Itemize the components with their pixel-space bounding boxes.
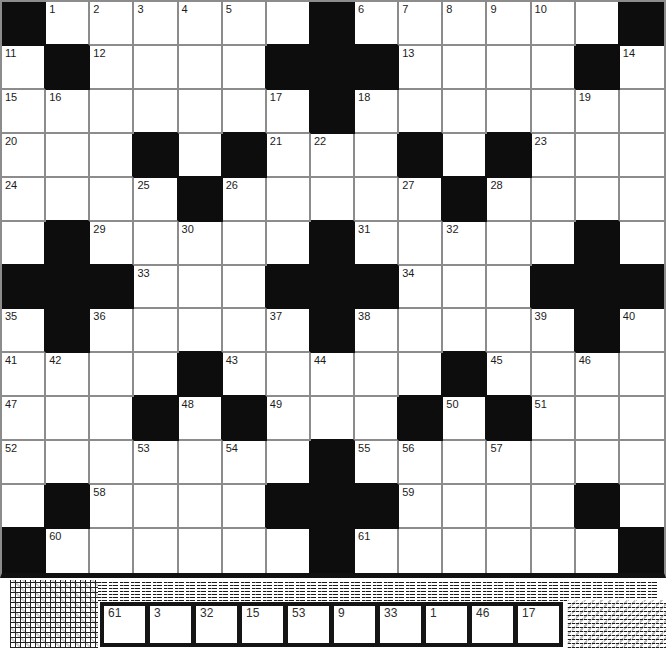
black-cell-r12-c7: [267, 485, 311, 529]
clue-number: 56: [402, 442, 414, 455]
clue-number: 12: [93, 47, 105, 60]
grid-cell-r3-c2[interactable]: 16: [46, 90, 90, 134]
clue-number: 40: [623, 310, 635, 323]
grid-cell-r9-c13[interactable]: [532, 353, 576, 397]
grid-cell-r5-c10[interactable]: 27: [399, 178, 443, 222]
clue-number: 1: [49, 3, 55, 16]
black-cell-r7-c9: [355, 266, 399, 310]
clue-number: 9: [490, 3, 496, 16]
grid-cell-r10-c7[interactable]: 49: [267, 397, 311, 441]
black-cell-r10-c10: [399, 397, 443, 441]
black-cell-r7-c2: [46, 266, 90, 310]
grid-cell-r3-c10[interactable]: [399, 90, 443, 134]
clue-number: 30: [182, 223, 194, 236]
grid-cell-r4-c7[interactable]: 21: [267, 134, 311, 178]
clue-number: 45: [490, 354, 502, 367]
grid-cell-r5-c4[interactable]: 25: [134, 178, 178, 222]
artifact-band-horizontal: [8, 580, 658, 601]
grid-cell-r4-c11[interactable]: [443, 134, 487, 178]
grid-cell-r13-c11[interactable]: [443, 529, 487, 573]
grid-cell-r12-c10[interactable]: 59: [399, 485, 443, 529]
black-cell-r8-c2: [46, 309, 90, 353]
meta-answer-box-46[interactable]: 46: [472, 606, 513, 643]
clue-number: 47: [5, 398, 17, 411]
clue-number: 51: [535, 398, 547, 411]
clue-number: 13: [402, 47, 414, 60]
meta-box-number: 15: [246, 607, 259, 621]
black-cell-r2-c7: [267, 46, 311, 90]
grid-cell-r1-c6[interactable]: 5: [223, 2, 267, 46]
black-cell-r4-c6: [223, 134, 267, 178]
grid-cell-r10-c9[interactable]: [355, 397, 399, 441]
meta-answer-box-15[interactable]: 15: [242, 606, 283, 643]
grid-cell-r2-c6[interactable]: [223, 46, 267, 90]
black-cell-r5-c5: [179, 178, 223, 222]
grid-cell-r10-c11[interactable]: 50: [443, 397, 487, 441]
grid-cell-r10-c13[interactable]: 51: [532, 397, 576, 441]
meta-answer-box-61[interactable]: 61: [104, 606, 145, 643]
grid-cell-r11-c14[interactable]: [576, 441, 620, 485]
grid-cell-r8-c10[interactable]: [399, 309, 443, 353]
crossword-grid: 1234567891011121314151617181920212223242…: [0, 0, 666, 578]
clue-number: 44: [314, 354, 326, 367]
grid-cell-r3-c1[interactable]: 15: [2, 90, 46, 134]
black-cell-r12-c9: [355, 485, 399, 529]
grid-cell-r1-c3[interactable]: 2: [90, 2, 134, 46]
meta-answer-box-9[interactable]: 9: [334, 606, 375, 643]
black-cell-r9-c11: [443, 353, 487, 397]
meta-answer-box-53[interactable]: 53: [288, 606, 329, 643]
grid-cell-r13-c10[interactable]: [399, 529, 443, 573]
black-cell-r11-c8: [311, 441, 355, 485]
black-cell-r8-c14: [576, 309, 620, 353]
clue-number: 8: [446, 3, 452, 16]
black-cell-r7-c13: [532, 266, 576, 310]
grid-cell-r6-c9[interactable]: 31: [355, 222, 399, 266]
grid-cell-r12-c12[interactable]: [487, 485, 531, 529]
grid-cell-r9-c14[interactable]: 46: [576, 353, 620, 397]
clue-number: 24: [5, 179, 17, 192]
grid-cell-r2-c12[interactable]: [487, 46, 531, 90]
black-cell-r1-c1: [2, 2, 46, 46]
grid-cell-r7-c6[interactable]: [223, 266, 267, 310]
grid-cell-r8-c7[interactable]: 37: [267, 309, 311, 353]
grid-cell-r6-c15[interactable]: [620, 222, 664, 266]
grid-cell-r13-c7[interactable]: [267, 529, 311, 573]
clue-number: 46: [579, 354, 591, 367]
grid-cell-r12-c11[interactable]: [443, 485, 487, 529]
clue-number: 10: [535, 3, 547, 16]
clue-number: 41: [5, 354, 17, 367]
grid-cell-r9-c8[interactable]: 44: [311, 353, 355, 397]
clue-number: 36: [93, 310, 105, 323]
grid-cell-r6-c5[interactable]: 30: [179, 222, 223, 266]
black-cell-r1-c8: [311, 2, 355, 46]
grid-cell-r4-c2[interactable]: [46, 134, 90, 178]
grid-cell-r8-c4[interactable]: [134, 309, 178, 353]
grid-cell-r10-c15[interactable]: [620, 397, 664, 441]
clue-number: 27: [402, 179, 414, 192]
grid-cell-r9-c15[interactable]: [620, 353, 664, 397]
black-cell-r10-c12: [487, 397, 531, 441]
grid-cell-r4-c8[interactable]: 22: [311, 134, 355, 178]
clue-number: 49: [270, 398, 282, 411]
grid-cell-r5-c3[interactable]: [90, 178, 134, 222]
grid-cell-r8-c3[interactable]: 36: [90, 309, 134, 353]
grid-cell-r2-c5[interactable]: [179, 46, 223, 90]
grid-cell-r3-c15[interactable]: [620, 90, 664, 134]
black-cell-r7-c8: [311, 266, 355, 310]
grid-cell-r12-c13[interactable]: [532, 485, 576, 529]
grid-cell-r3-c3[interactable]: [90, 90, 134, 134]
black-cell-r12-c2: [46, 485, 90, 529]
grid-cell-r7-c10[interactable]: 34: [399, 266, 443, 310]
grid-cell-r6-c12[interactable]: [487, 222, 531, 266]
grid-cell-r1-c4[interactable]: 3: [134, 2, 178, 46]
grid-cell-r1-c14[interactable]: [576, 2, 620, 46]
grid-cell-r9-c9[interactable]: [355, 353, 399, 397]
meta-box-number: 33: [384, 607, 397, 621]
clue-number: 50: [446, 398, 458, 411]
black-cell-r2-c14: [576, 46, 620, 90]
grid-cell-r3-c13[interactable]: [532, 90, 576, 134]
grid-cell-r13-c5[interactable]: [179, 529, 223, 573]
grid-cell-r1-c13[interactable]: 10: [532, 2, 576, 46]
grid-cell-r3-c5[interactable]: [179, 90, 223, 134]
grid-cell-r13-c4[interactable]: [134, 529, 178, 573]
grid-cell-r6-c1[interactable]: [2, 222, 46, 266]
black-cell-r4-c12: [487, 134, 531, 178]
meta-answer-box-1[interactable]: 1: [426, 606, 467, 643]
grid-cell-r4-c3[interactable]: [90, 134, 134, 178]
clue-number: 29: [93, 223, 105, 236]
clue-number: 53: [137, 442, 149, 455]
grid-cell-r6-c7[interactable]: [267, 222, 311, 266]
black-cell-r5-c11: [443, 178, 487, 222]
black-cell-r13-c8: [311, 529, 355, 573]
clue-number: 57: [490, 442, 502, 455]
clue-number: 60: [49, 530, 61, 543]
black-cell-r8-c8: [311, 309, 355, 353]
grid-cell-r6-c6[interactable]: [223, 222, 267, 266]
black-cell-r4-c10: [399, 134, 443, 178]
grid-cell-r3-c14[interactable]: 19: [576, 90, 620, 134]
grid-cell-r7-c5[interactable]: [179, 266, 223, 310]
clue-number: 6: [358, 3, 364, 16]
grid-cell-r3-c9[interactable]: 18: [355, 90, 399, 134]
clue-number: 55: [358, 442, 370, 455]
grid-cell-r12-c5[interactable]: [179, 485, 223, 529]
grid-cell-r1-c7[interactable]: [267, 2, 311, 46]
grid-cell-r5-c14[interactable]: [576, 178, 620, 222]
grid-cell-r8-c1[interactable]: 35: [2, 309, 46, 353]
meta-box-number: 3: [154, 607, 161, 621]
clue-number: 34: [402, 267, 414, 280]
grid-cell-r2-c11[interactable]: [443, 46, 487, 90]
grid-cell-r2-c13[interactable]: [532, 46, 576, 90]
grid-cell-r4-c5[interactable]: [179, 134, 223, 178]
grid-cell-r13-c9[interactable]: 61: [355, 529, 399, 573]
crossword-page: 1234567891011121314151617181920212223242…: [0, 0, 666, 650]
grid-cell-r5-c7[interactable]: [267, 178, 311, 222]
grid-cell-r10-c1[interactable]: 47: [2, 397, 46, 441]
grid-cell-r5-c15[interactable]: [620, 178, 664, 222]
grid-cell-r11-c5[interactable]: [179, 441, 223, 485]
clue-number: 16: [49, 91, 61, 104]
grid-cell-r2-c4[interactable]: [134, 46, 178, 90]
grid-cell-r6-c13[interactable]: [532, 222, 576, 266]
clue-number: 54: [226, 442, 238, 455]
grid-cell-r3-c6[interactable]: [223, 90, 267, 134]
grid-cell-r12-c15[interactable]: [620, 485, 664, 529]
grid-cell-r6-c3[interactable]: 29: [90, 222, 134, 266]
black-cell-r4-c4: [134, 134, 178, 178]
grid-cell-r12-c1[interactable]: [2, 485, 46, 529]
clue-number: 59: [402, 486, 414, 499]
grid-cell-r4-c1[interactable]: 20: [2, 134, 46, 178]
clue-number: 15: [5, 91, 17, 104]
grid-cell-r3-c11[interactable]: [443, 90, 487, 134]
meta-answer-box-32[interactable]: 32: [196, 606, 237, 643]
clue-number: 31: [358, 223, 370, 236]
grid-cell-r5-c9[interactable]: [355, 178, 399, 222]
grid-cell-r9-c7[interactable]: [267, 353, 311, 397]
grid-cell-r9-c4[interactable]: [134, 353, 178, 397]
grid-cell-r12-c6[interactable]: [223, 485, 267, 529]
clue-number: 33: [137, 267, 149, 280]
clue-number: 43: [226, 354, 238, 367]
grid-cell-r7-c11[interactable]: [443, 266, 487, 310]
grid-cell-r4-c9[interactable]: [355, 134, 399, 178]
artifact-band-left: [10, 580, 98, 648]
grid-cell-r13-c6[interactable]: [223, 529, 267, 573]
grid-cell-r10-c2[interactable]: [46, 397, 90, 441]
grid-cell-r11-c12[interactable]: 57: [487, 441, 531, 485]
grid-cell-r11-c6[interactable]: 54: [223, 441, 267, 485]
meta-box-number: 17: [522, 607, 535, 621]
grid-cell-r12-c4[interactable]: [134, 485, 178, 529]
grid-cell-r8-c15[interactable]: 40: [620, 309, 664, 353]
black-cell-r3-c8: [311, 90, 355, 134]
grid-cell-r1-c5[interactable]: 4: [179, 2, 223, 46]
black-cell-r2-c8: [311, 46, 355, 90]
grid-cell-r11-c7[interactable]: [267, 441, 311, 485]
black-cell-r7-c14: [576, 266, 620, 310]
clue-number: 18: [358, 91, 370, 104]
clue-number: 5: [226, 3, 232, 16]
clue-number: 11: [5, 47, 16, 60]
grid-cell-r1-c10[interactable]: 7: [399, 2, 443, 46]
clue-number: 23: [535, 135, 547, 148]
clue-number: 22: [314, 135, 326, 148]
clue-number: 42: [49, 354, 61, 367]
meta-box-number: 32: [200, 607, 213, 621]
grid-cell-r5-c8[interactable]: [311, 178, 355, 222]
grid-cell-r8-c5[interactable]: [179, 309, 223, 353]
grid-cell-r11-c13[interactable]: [532, 441, 576, 485]
grid-cell-r11-c15[interactable]: [620, 441, 664, 485]
grid-cell-r11-c11[interactable]: [443, 441, 487, 485]
artifact-band-right: [567, 600, 666, 648]
grid-cell-r8-c6[interactable]: [223, 309, 267, 353]
clue-number: 19: [579, 91, 591, 104]
black-cell-r7-c1: [2, 266, 46, 310]
grid-cell-r12-c3[interactable]: 58: [90, 485, 134, 529]
grid-cell-r6-c10[interactable]: [399, 222, 443, 266]
black-cell-r10-c6: [223, 397, 267, 441]
clue-number: 48: [182, 398, 194, 411]
clue-number: 4: [182, 3, 188, 16]
meta-box-number: 46: [476, 607, 489, 621]
grid-cell-r1-c9[interactable]: 6: [355, 2, 399, 46]
clue-number: 14: [623, 47, 635, 60]
grid-cell-r6-c4[interactable]: [134, 222, 178, 266]
grid-cell-r11-c9[interactable]: 55: [355, 441, 399, 485]
clue-number: 58: [93, 486, 105, 499]
black-cell-r7-c3: [90, 266, 134, 310]
grid-cell-r10-c14[interactable]: [576, 397, 620, 441]
grid-cell-r1-c2[interactable]: 1: [46, 2, 90, 46]
black-cell-r6-c14: [576, 222, 620, 266]
grid-cell-r8-c12[interactable]: [487, 309, 531, 353]
grid-cell-r13-c3[interactable]: [90, 529, 134, 573]
clue-number: 37: [270, 310, 282, 323]
grid-cell-r2-c1[interactable]: 11: [2, 46, 46, 90]
black-cell-r6-c8: [311, 222, 355, 266]
black-cell-r2-c2: [46, 46, 90, 90]
clue-number: 32: [446, 223, 458, 236]
grid-cell-r9-c3[interactable]: [90, 353, 134, 397]
meta-box-number: 9: [338, 607, 345, 621]
clue-number: 17: [270, 91, 282, 104]
grid-cell-r11-c4[interactable]: 53: [134, 441, 178, 485]
grid-cell-r11-c2[interactable]: [46, 441, 90, 485]
grid-cell-r9-c2[interactable]: 42: [46, 353, 90, 397]
black-cell-r1-c15: [620, 2, 664, 46]
grid-cell-r2-c15[interactable]: 14: [620, 46, 664, 90]
clue-number: 7: [402, 3, 408, 16]
clue-number: 52: [5, 442, 17, 455]
grid-cell-r9-c1[interactable]: 41: [2, 353, 46, 397]
grid-cell-r10-c5[interactable]: 48: [179, 397, 223, 441]
grid-cell-r6-c11[interactable]: 32: [443, 222, 487, 266]
grid-cell-r1-c12[interactable]: 9: [487, 2, 531, 46]
black-cell-r2-c9: [355, 46, 399, 90]
grid-cell-r2-c3[interactable]: 12: [90, 46, 134, 90]
grid-cell-r11-c3[interactable]: [90, 441, 134, 485]
clue-number: 20: [5, 135, 17, 148]
grid-cell-r5-c12[interactable]: 28: [487, 178, 531, 222]
grid-cell-r13-c2[interactable]: 60: [46, 529, 90, 573]
black-cell-r6-c2: [46, 222, 90, 266]
black-cell-r7-c7: [267, 266, 311, 310]
grid-cell-r4-c14[interactable]: [576, 134, 620, 178]
grid-cell-r7-c4[interactable]: 33: [134, 266, 178, 310]
grid-cell-r11-c1[interactable]: 52: [2, 441, 46, 485]
grid-cell-r8-c13[interactable]: 39: [532, 309, 576, 353]
grid-cell-r9-c12[interactable]: 45: [487, 353, 531, 397]
meta-answer-box-3[interactable]: 3: [150, 606, 191, 643]
grid-cell-r4-c13[interactable]: 23: [532, 134, 576, 178]
grid-cell-r13-c14[interactable]: [576, 529, 620, 573]
grid-cell-r5-c1[interactable]: 24: [2, 178, 46, 222]
grid-cell-r5-c13[interactable]: [532, 178, 576, 222]
grid-cell-r10-c3[interactable]: [90, 397, 134, 441]
grid-cell-r9-c10[interactable]: [399, 353, 443, 397]
black-cell-r12-c8: [311, 485, 355, 529]
grid-cell-r11-c10[interactable]: 56: [399, 441, 443, 485]
clue-number: 39: [535, 310, 547, 323]
grid-cell-r3-c7[interactable]: 17: [267, 90, 311, 134]
grid-cell-r9-c6[interactable]: 43: [223, 353, 267, 397]
meta-box-number: 61: [108, 607, 121, 621]
clue-number: 38: [358, 310, 370, 323]
clue-number: 3: [137, 3, 143, 16]
grid-cell-r3-c4[interactable]: [134, 90, 178, 134]
black-cell-r12-c14: [576, 485, 620, 529]
black-cell-r13-c15: [620, 529, 664, 573]
clue-number: 61: [358, 530, 370, 543]
clue-number: 21: [270, 135, 282, 148]
grid-cell-r4-c15[interactable]: [620, 134, 664, 178]
meta-answer-box-33[interactable]: 33: [380, 606, 421, 643]
clue-number: 26: [226, 179, 238, 192]
grid-cell-r2-c10[interactable]: 13: [399, 46, 443, 90]
grid-cell-r5-c6[interactable]: 26: [223, 178, 267, 222]
grid-cell-r1-c11[interactable]: 8: [443, 2, 487, 46]
clue-number: 35: [5, 310, 17, 323]
clue-number: 25: [137, 179, 149, 192]
grid-cell-r8-c11[interactable]: [443, 309, 487, 353]
grid-cell-r13-c13[interactable]: [532, 529, 576, 573]
grid-cell-r10-c8[interactable]: [311, 397, 355, 441]
black-cell-r10-c4: [134, 397, 178, 441]
grid-cell-r13-c12[interactable]: [487, 529, 531, 573]
meta-box-number: 53: [292, 607, 305, 621]
grid-cell-r8-c9[interactable]: 38: [355, 309, 399, 353]
meta-answer-strip: 61332155393314617: [100, 602, 563, 647]
grid-cell-r5-c2[interactable]: [46, 178, 90, 222]
clue-number: 2: [93, 3, 99, 16]
black-cell-r7-c15: [620, 266, 664, 310]
grid-cell-r3-c12[interactable]: [487, 90, 531, 134]
black-cell-r9-c5: [179, 353, 223, 397]
clue-number: 28: [490, 179, 502, 192]
black-cell-r13-c1: [2, 529, 46, 573]
grid-cell-r7-c12[interactable]: [487, 266, 531, 310]
meta-answer-box-17[interactable]: 17: [518, 606, 559, 643]
meta-box-number: 1: [430, 607, 437, 621]
